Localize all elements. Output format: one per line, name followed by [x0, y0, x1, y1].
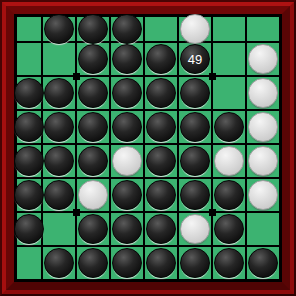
- disc-black: [44, 14, 74, 44]
- disc-black: [78, 146, 108, 176]
- disc-black: [146, 44, 176, 74]
- cell-h1[interactable]: [245, 17, 279, 41]
- disc-black: [44, 248, 74, 278]
- cell-b7[interactable]: [41, 211, 75, 245]
- disc-black: [14, 214, 44, 244]
- cell-a8[interactable]: [17, 245, 41, 279]
- disc-black: [180, 146, 210, 176]
- disc-black: [112, 78, 142, 108]
- disc-white: [112, 146, 142, 176]
- board-black-rim: 49: [14, 14, 282, 282]
- othello-board: 49: [17, 17, 279, 279]
- disc-black: [78, 14, 108, 44]
- disc-black: [112, 214, 142, 244]
- last-move-number: 49: [188, 53, 202, 66]
- disc-black: [214, 214, 244, 244]
- disc-white: [248, 44, 278, 74]
- disc-black: [78, 112, 108, 142]
- disc-black: [44, 112, 74, 142]
- disc-black: [180, 78, 210, 108]
- disc-black: [14, 78, 44, 108]
- cell-a1[interactable]: [17, 17, 41, 41]
- cell-h7[interactable]: [245, 211, 279, 245]
- disc-black: [112, 14, 142, 44]
- disc-black: [146, 78, 176, 108]
- cell-g1[interactable]: [211, 17, 245, 41]
- disc-black: [146, 112, 176, 142]
- disc-black: [112, 112, 142, 142]
- disc-black: [78, 248, 108, 278]
- disc-black: [78, 78, 108, 108]
- disc-white: [78, 180, 108, 210]
- disc-last-move: 49: [180, 44, 210, 74]
- disc-white: [180, 14, 210, 44]
- disc-black: [112, 248, 142, 278]
- cell-b2[interactable]: [41, 41, 75, 75]
- disc-black: [78, 44, 108, 74]
- disc-black: [214, 180, 244, 210]
- disc-black: [44, 180, 74, 210]
- disc-black: [78, 214, 108, 244]
- disc-black: [214, 248, 244, 278]
- cell-a2[interactable]: [17, 41, 41, 75]
- disc-black: [44, 146, 74, 176]
- disc-black: [214, 112, 244, 142]
- disc-black: [112, 180, 142, 210]
- disc-black: [146, 146, 176, 176]
- disc-black: [14, 180, 44, 210]
- disc-white: [248, 112, 278, 142]
- disc-white: [180, 214, 210, 244]
- disc-black: [112, 44, 142, 74]
- cell-e1[interactable]: [143, 17, 177, 41]
- disc-black: [146, 180, 176, 210]
- disc-black: [180, 180, 210, 210]
- frame-inner-band: 49: [6, 6, 290, 290]
- disc-black: [14, 146, 44, 176]
- disc-black: [180, 112, 210, 142]
- disc-white: [248, 146, 278, 176]
- disc-black: [180, 248, 210, 278]
- disc-black: [44, 78, 74, 108]
- board-frame: 49: [0, 0, 296, 296]
- frame-highlight-band: 49: [2, 2, 294, 294]
- disc-white: [248, 78, 278, 108]
- cell-g3[interactable]: [211, 75, 245, 109]
- disc-black: [248, 248, 278, 278]
- disc-white: [214, 146, 244, 176]
- disc-black: [146, 248, 176, 278]
- disc-white: [248, 180, 278, 210]
- disc-black: [146, 214, 176, 244]
- disc-black: [14, 112, 44, 142]
- cell-g2[interactable]: [211, 41, 245, 75]
